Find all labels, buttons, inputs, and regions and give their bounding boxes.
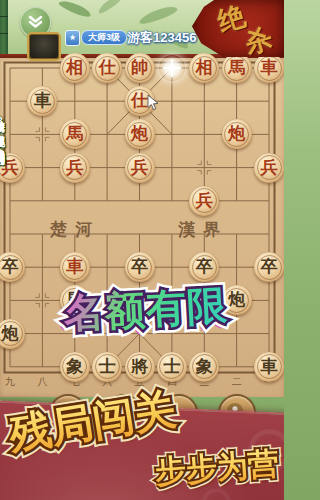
- announcement-marquee: 参与游戏满3元即可提现 具体活动规则以游戏内为准: [0, 112, 7, 147]
- xiangqi-piece-black[interactable]: 卒: [125, 252, 155, 282]
- bamboo-leaf-decoration: [58, 0, 93, 20]
- kill-banner-char: 杀: [240, 20, 276, 62]
- xiangqi-piece-black[interactable]: 象: [189, 352, 219, 382]
- xiangqi-piece-red[interactable]: 炮: [222, 119, 252, 149]
- bamboo-leaf-decoration: [137, 4, 178, 26]
- chevron-down-icon: [28, 16, 43, 29]
- xiangqi-piece-black[interactable]: 象: [60, 352, 90, 382]
- xiangqi-piece-red[interactable]: 兵: [189, 186, 219, 216]
- ad-overlay-text: 名额有限: [49, 278, 243, 340]
- xiangqi-piece-black[interactable]: 卒: [254, 252, 284, 282]
- xiangqi-piece-red[interactable]: 兵: [254, 153, 284, 183]
- player-avatar[interactable]: [27, 32, 61, 61]
- file-label: 九: [1, 375, 19, 389]
- xiangqi-piece-red[interactable]: 兵: [60, 153, 90, 183]
- xiangqi-piece-red[interactable]: 車: [60, 252, 90, 282]
- xiangqi-piece-black[interactable]: 車: [254, 352, 284, 382]
- promo-title-line2: 步步为营 步步为营 步步为营: [141, 441, 284, 497]
- xiangqi-piece-black[interactable]: 將: [125, 352, 155, 382]
- file-label: 二: [228, 375, 246, 389]
- last-move-highlight: [159, 55, 185, 81]
- river-label-right: 漢界: [178, 218, 228, 241]
- rank-badge-icon: ★: [65, 30, 80, 46]
- xiangqi-piece-red[interactable]: 仕: [92, 53, 122, 83]
- bamboo-leaf-decoration: [96, 0, 124, 15]
- xiangqi-piece-black[interactable]: 士: [92, 352, 122, 382]
- xiangqi-piece-black[interactable]: 士: [157, 352, 187, 382]
- ad-overlay-limited-quota[interactable]: 名额有限 名额有限 名额有限: [49, 278, 244, 342]
- username-label: 游客123456: [127, 29, 196, 47]
- file-label: 八: [33, 375, 51, 389]
- bamboo-stalk-decoration: [0, 0, 8, 57]
- xiangqi-piece-red[interactable]: 車: [254, 53, 284, 83]
- xiangqi-piece-red[interactable]: 馬: [222, 53, 252, 83]
- mouse-cursor-icon: [147, 94, 159, 111]
- xiangqi-piece-red[interactable]: 馬: [60, 119, 90, 149]
- level-badge: 大师3级: [81, 30, 127, 45]
- promo-text: 步步为营: [141, 441, 284, 495]
- river-label-left: 楚河: [50, 218, 100, 241]
- xiangqi-piece-red[interactable]: 炮: [125, 119, 155, 149]
- xiangqi-piece-red[interactable]: 兵: [125, 153, 155, 183]
- xiangqi-piece-red[interactable]: 帥: [125, 53, 155, 83]
- xiangqi-piece-red[interactable]: 相: [60, 53, 90, 83]
